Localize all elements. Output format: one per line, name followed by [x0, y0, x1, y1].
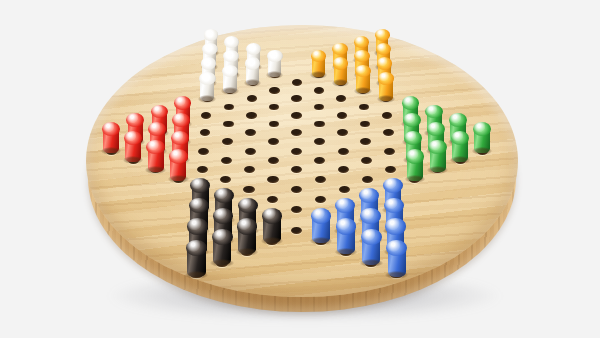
board-hole[interactable] — [291, 95, 301, 102]
board-hole[interactable] — [384, 148, 395, 155]
peg-white[interactable] — [200, 73, 214, 100]
board-hole[interactable] — [383, 129, 394, 136]
board-hole[interactable] — [244, 166, 255, 173]
board-hole[interactable] — [224, 104, 234, 111]
board-hole[interactable] — [200, 129, 211, 136]
board-hole[interactable] — [314, 157, 325, 164]
peg-black[interactable] — [213, 230, 231, 265]
peg-green[interactable] — [474, 123, 490, 153]
peg-yellow[interactable] — [379, 73, 393, 100]
board-hole[interactable] — [291, 166, 302, 173]
board-hole[interactable] — [269, 121, 280, 128]
board-hole[interactable] — [385, 166, 396, 173]
board-hole[interactable] — [314, 121, 325, 128]
board-hole[interactable] — [267, 196, 279, 203]
peg-blue[interactable] — [312, 209, 330, 243]
scene — [0, 0, 600, 338]
peg-blue[interactable] — [337, 220, 355, 255]
board-hole[interactable] — [315, 196, 327, 203]
board-hole[interactable] — [314, 87, 324, 94]
board-hole[interactable] — [267, 176, 278, 183]
board-hole[interactable] — [268, 138, 279, 145]
board-hole[interactable] — [361, 157, 372, 164]
peg-white[interactable] — [223, 66, 237, 93]
board-hole[interactable] — [336, 95, 346, 102]
peg-white[interactable] — [268, 51, 281, 77]
board-hole[interactable] — [198, 148, 209, 155]
board-hole[interactable] — [201, 112, 212, 119]
board-hole[interactable] — [314, 138, 325, 145]
peg-black[interactable] — [263, 209, 281, 243]
peg-green[interactable] — [430, 141, 446, 172]
board-hole[interactable] — [269, 87, 279, 94]
board-hole[interactable] — [291, 186, 302, 193]
peg-blue[interactable] — [362, 230, 380, 265]
peg-white[interactable] — [246, 58, 260, 84]
board-hole[interactable] — [223, 121, 234, 128]
board-hole[interactable] — [291, 112, 302, 119]
board-hole[interactable] — [359, 104, 369, 111]
board-hole[interactable] — [338, 166, 349, 173]
board-hole[interactable] — [243, 186, 254, 193]
peg-red[interactable] — [170, 150, 186, 181]
peg-green[interactable] — [452, 132, 468, 162]
board-hole[interactable] — [245, 129, 256, 136]
board-hole[interactable] — [337, 129, 348, 136]
board-hole[interactable] — [339, 186, 350, 193]
peg-red[interactable] — [103, 123, 119, 153]
peg-yellow[interactable] — [356, 66, 370, 93]
board-hole[interactable] — [360, 138, 371, 145]
board-hole[interactable] — [222, 138, 233, 145]
board-hole[interactable] — [245, 148, 256, 155]
peg-black[interactable] — [238, 220, 256, 255]
board-hole[interactable] — [315, 176, 326, 183]
board-hole[interactable] — [382, 112, 393, 119]
peg-red[interactable] — [125, 132, 141, 162]
peg-yellow[interactable] — [334, 58, 348, 84]
board-hole[interactable] — [246, 112, 257, 119]
board-hole[interactable] — [197, 166, 208, 173]
board-hole[interactable] — [221, 157, 232, 164]
board-hole[interactable] — [291, 227, 303, 235]
board-hole[interactable] — [292, 79, 302, 85]
board-hole[interactable] — [360, 121, 371, 128]
peg-green[interactable] — [407, 150, 423, 181]
board-hole[interactable] — [291, 129, 302, 136]
board-hole[interactable] — [362, 176, 373, 183]
peg-black[interactable] — [187, 241, 205, 276]
board-hole[interactable] — [338, 148, 349, 155]
board-holes-and-pegs — [0, 0, 600, 338]
board-hole[interactable] — [291, 148, 302, 155]
peg-blue[interactable] — [388, 241, 406, 276]
board-hole[interactable] — [269, 104, 279, 111]
board-hole[interactable] — [247, 95, 257, 102]
board-hole[interactable] — [291, 206, 303, 213]
board-hole[interactable] — [268, 157, 279, 164]
peg-yellow[interactable] — [312, 51, 325, 77]
board-hole[interactable] — [220, 176, 231, 183]
peg-red[interactable] — [148, 141, 164, 172]
board-hole[interactable] — [314, 104, 324, 111]
board-hole[interactable] — [337, 112, 348, 119]
